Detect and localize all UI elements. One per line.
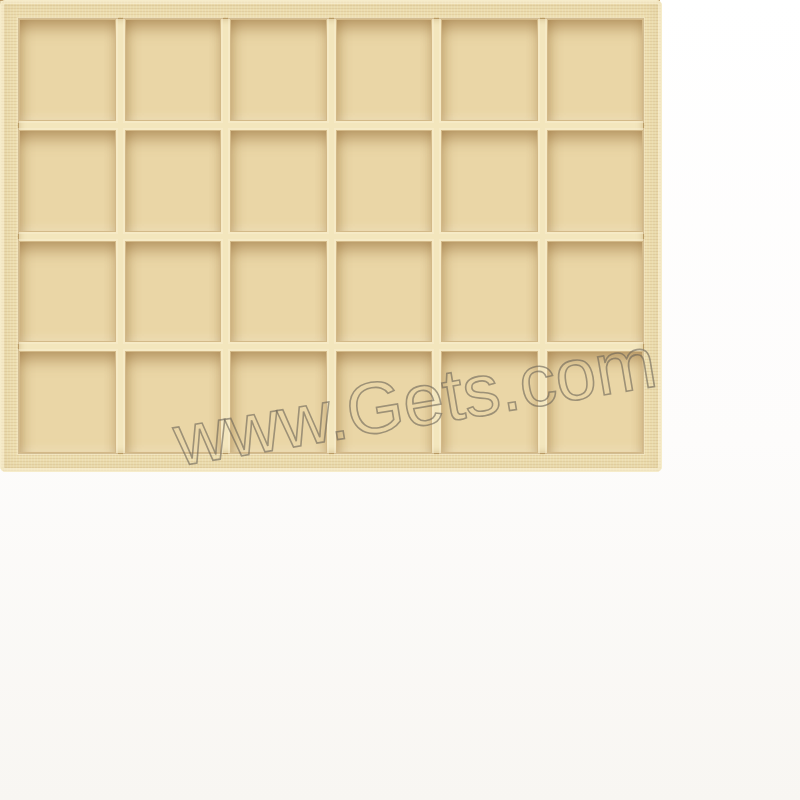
compartment — [336, 19, 433, 121]
compartment — [441, 241, 538, 343]
tray-top-face — [0, 0, 662, 472]
compartment — [441, 19, 538, 121]
compartment — [336, 241, 433, 343]
compartment — [230, 351, 327, 453]
compartment — [441, 130, 538, 232]
compartment — [230, 241, 327, 343]
compartment — [19, 130, 116, 232]
compartment — [125, 19, 222, 121]
compartment — [547, 351, 644, 453]
compartment — [547, 130, 644, 232]
tray-well — [18, 18, 644, 454]
compartment — [125, 351, 222, 453]
compartment — [19, 241, 116, 343]
compartment — [547, 19, 644, 121]
compartment — [230, 130, 327, 232]
compartment — [441, 351, 538, 453]
compartment — [230, 19, 327, 121]
compartment — [547, 241, 644, 343]
compartment — [125, 130, 222, 232]
compartment — [336, 351, 433, 453]
photo-background: www.Gets.com — [0, 0, 800, 800]
compartment — [125, 241, 222, 343]
compartment — [19, 351, 116, 453]
compartment — [336, 130, 433, 232]
compartment-grid — [19, 19, 643, 453]
compartment — [19, 19, 116, 121]
